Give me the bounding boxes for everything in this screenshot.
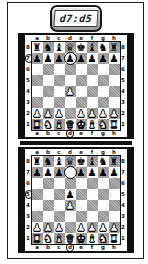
rank-labels-right: 87654321 — [120, 156, 127, 244]
chess-board: ♜♞♝♛♚♝♞♜♟♟♟♟♟♟♟♟♟♟♟♟♟♟♟♟♜♞♝♛♚♝♞♜ — [32, 42, 120, 130]
board-diagram-bottom: abcdefgh 87654321 ♜♞♝♛♚♝♞♜♟♟♟♟♟♟♟♟♟♟♟♟♟♟… — [18, 147, 134, 253]
square-a4 — [32, 86, 43, 97]
square-c1: ♝ — [54, 119, 65, 130]
square-c7: ♟ — [54, 53, 65, 64]
square-e7: ♟ — [76, 53, 87, 64]
square-b5 — [43, 189, 54, 200]
square-h5 — [109, 189, 120, 200]
square-g6 — [98, 64, 109, 75]
rank-labels-left: 87654321 — [25, 156, 32, 244]
file-label-c: c — [54, 130, 65, 137]
square-f1: ♝ — [87, 233, 98, 244]
file-label-d: d — [65, 130, 76, 137]
piece-black-pawn: ♟ — [109, 53, 120, 64]
square-a5 — [32, 189, 43, 200]
square-f4 — [87, 200, 98, 211]
piece-black-pawn: ♟ — [76, 167, 87, 178]
rank-label-7: 7 — [25, 167, 32, 178]
square-a1: ♜ — [32, 119, 43, 130]
square-h1: ♜ — [109, 233, 120, 244]
square-c4 — [54, 86, 65, 97]
square-e1: ♚ — [76, 233, 87, 244]
rank-label-3: 3 — [120, 97, 127, 108]
square-h4 — [109, 200, 120, 211]
square-b6 — [43, 64, 54, 75]
piece-white-rook: ♜ — [109, 233, 120, 244]
file-labels-bottom: abcdefgh — [32, 130, 120, 137]
rank-label-4: 4 — [120, 86, 127, 97]
piece-black-pawn: ♟ — [54, 167, 65, 178]
piece-black-pawn: ♟ — [109, 167, 120, 178]
square-h4 — [109, 86, 120, 97]
square-f7: ♟ — [87, 53, 98, 64]
lcd-display: d7:d5 — [53, 10, 98, 27]
square-c1: ♝ — [54, 233, 65, 244]
square-e1: ♚ — [76, 119, 87, 130]
rank-label-4: 4 — [25, 200, 32, 211]
rank-label-7: 7 — [25, 53, 32, 64]
file-label-e: e — [76, 130, 87, 137]
file-label-h: h — [109, 130, 120, 137]
file-label-a: a — [32, 130, 43, 137]
square-e7: ♟ — [76, 167, 87, 178]
piece-black-pawn: ♟ — [32, 53, 43, 64]
file-label-d: d — [65, 244, 76, 251]
file-label-e: e — [76, 244, 87, 251]
square-h1: ♜ — [109, 119, 120, 130]
square-e4 — [76, 200, 87, 211]
square-d6 — [65, 64, 76, 75]
piece-white-bishop: ♝ — [87, 119, 98, 130]
piece-white-pawn: ♟ — [65, 200, 76, 211]
square-f5 — [87, 189, 98, 200]
square-g7: ♟ — [98, 53, 109, 64]
piece-black-pawn: ♟ — [87, 53, 98, 64]
square-g4 — [98, 200, 109, 211]
square-d3 — [65, 211, 76, 222]
square-e6 — [76, 178, 87, 189]
square-a4 — [32, 200, 43, 211]
rank-label-7: 7 — [120, 167, 127, 178]
square-e4 — [76, 86, 87, 97]
rank-label-1: 1 — [120, 119, 127, 130]
square-f6 — [87, 64, 98, 75]
piece-black-pawn: ♟ — [32, 167, 43, 178]
piece-black-pawn: ♟ — [54, 53, 65, 64]
rank-label-2: 2 — [25, 222, 32, 233]
square-d4: ♟ — [65, 86, 76, 97]
rank-labels-right: 87654321 — [120, 42, 127, 130]
square-a6 — [32, 178, 43, 189]
square-g5 — [98, 189, 109, 200]
piece-white-king: ♚ — [76, 119, 87, 130]
rank-label-8: 8 — [120, 42, 127, 53]
file-label-c: c — [54, 244, 65, 251]
square-f1: ♝ — [87, 119, 98, 130]
square-h7: ♟ — [109, 167, 120, 178]
rank-label-2: 2 — [120, 108, 127, 119]
chess-board: ♜♞♝♛♚♝♞♜♟♟♟♟♟♟♟♟♟♟♟♟♟♟♟♟♜♞♝♛♚♝♞♜ — [32, 156, 120, 244]
piece-black-pawn: ♟ — [98, 167, 109, 178]
board-separator — [20, 141, 132, 145]
file-labels-bottom: abcdefgh — [32, 244, 120, 251]
square-f7: ♟ — [87, 167, 98, 178]
file-label-g: g — [98, 130, 109, 137]
rank-label-1: 1 — [25, 119, 32, 130]
square-h6 — [109, 178, 120, 189]
square-f4 — [87, 86, 98, 97]
square-a5 — [32, 75, 43, 86]
rank-label-1: 1 — [25, 233, 32, 244]
piece-black-pawn: ♟ — [87, 167, 98, 178]
square-e5 — [76, 189, 87, 200]
piece-black-pawn: ♟ — [98, 53, 109, 64]
rank-label-4: 4 — [120, 200, 127, 211]
square-d4: ♟ — [65, 200, 76, 211]
square-e6 — [76, 64, 87, 75]
piece-black-queen: ♛ — [65, 156, 76, 167]
rank-label-2: 2 — [25, 108, 32, 119]
square-c4 — [54, 200, 65, 211]
file-label-b: b — [43, 130, 54, 137]
file-label-g: g — [98, 244, 109, 251]
rank-label-5: 5 — [120, 75, 127, 86]
file-label-h: h — [109, 244, 120, 251]
frame-bar-right — [127, 149, 132, 251]
square-g6 — [98, 178, 109, 189]
rank-label-1: 1 — [120, 233, 127, 244]
square-f5 — [87, 75, 98, 86]
rank-label-6: 6 — [25, 178, 32, 189]
rank-label-8: 8 — [25, 156, 32, 167]
square-d7 — [65, 167, 76, 178]
square-h7: ♟ — [109, 53, 120, 64]
square-d7: ♟ — [65, 53, 76, 64]
square-g5 — [98, 75, 109, 86]
square-b4 — [43, 86, 54, 97]
file-label-f: f — [87, 130, 98, 137]
board-diagram-top: abcdefgh 87654321 ♜♞♝♛♚♝♞♜♟♟♟♟♟♟♟♟♟♟♟♟♟♟… — [18, 33, 134, 139]
square-b6 — [43, 178, 54, 189]
rank-label-7: 7 — [120, 53, 127, 64]
piece-white-knight: ♞ — [98, 119, 109, 130]
piece-white-king: ♚ — [76, 233, 87, 244]
square-e5 — [76, 75, 87, 86]
square-g7: ♟ — [98, 167, 109, 178]
rank-label-3: 3 — [25, 97, 32, 108]
square-g1: ♞ — [98, 119, 109, 130]
square-h6 — [109, 64, 120, 75]
piece-white-bishop: ♝ — [54, 233, 65, 244]
square-g1: ♞ — [98, 233, 109, 244]
rank-label-8: 8 — [25, 42, 32, 53]
piece-white-rook: ♜ — [109, 119, 120, 130]
square-c5 — [54, 189, 65, 200]
piece-white-knight: ♞ — [43, 233, 54, 244]
square-a6 — [32, 64, 43, 75]
frame-bar-right — [127, 35, 132, 137]
square-g4 — [98, 86, 109, 97]
rank-label-6: 6 — [25, 64, 32, 75]
piece-black-pawn: ♟ — [76, 53, 87, 64]
square-a7: ♟ — [32, 53, 43, 64]
square-c7: ♟ — [54, 167, 65, 178]
square-b1: ♞ — [43, 233, 54, 244]
square-d8: ♛ — [65, 156, 76, 167]
file-label-b: b — [43, 244, 54, 251]
piece-white-bishop: ♝ — [54, 119, 65, 130]
rank-label-4: 4 — [25, 86, 32, 97]
piece-white-bishop: ♝ — [87, 233, 98, 244]
square-a1: ♜ — [32, 233, 43, 244]
rank-label-3: 3 — [25, 211, 32, 222]
square-a7: ♟ — [32, 167, 43, 178]
square-b1: ♞ — [43, 119, 54, 130]
rank-label-6: 6 — [120, 64, 127, 75]
square-b7: ♟ — [43, 53, 54, 64]
piece-white-knight: ♞ — [98, 233, 109, 244]
rank-labels-left: 87654321 — [25, 42, 32, 130]
square-d3 — [65, 97, 76, 108]
piece-white-pawn: ♟ — [65, 86, 76, 97]
piece-black-pawn: ♟ — [65, 53, 76, 64]
file-label-f: f — [87, 244, 98, 251]
square-c6 — [54, 64, 65, 75]
chess-clock: d7:d5 — [50, 5, 102, 32]
square-c5 — [54, 75, 65, 86]
square-b4 — [43, 200, 54, 211]
square-f6 — [87, 178, 98, 189]
rank-label-3: 3 — [120, 211, 127, 222]
rank-label-5: 5 — [25, 75, 32, 86]
piece-black-pawn: ♟ — [43, 53, 54, 64]
rank-label-2: 2 — [120, 222, 127, 233]
rank-label-5: 5 — [25, 189, 32, 200]
square-b5 — [43, 75, 54, 86]
piece-black-pawn: ♟ — [43, 167, 54, 178]
piece-white-rook: ♜ — [32, 119, 43, 130]
file-label-a: a — [32, 244, 43, 251]
piece-white-knight: ♞ — [43, 119, 54, 130]
rank-label-5: 5 — [120, 189, 127, 200]
piece-white-rook: ♜ — [32, 233, 43, 244]
square-c6 — [54, 178, 65, 189]
rank-label-8: 8 — [120, 156, 127, 167]
figure-frame: d7:d5 abcdefgh 87654321 ♜♞♝♛♚♝♞♜♟♟♟♟♟♟♟♟… — [7, 2, 144, 259]
rank-label-6: 6 — [120, 178, 127, 189]
square-b7: ♟ — [43, 167, 54, 178]
square-h5 — [109, 75, 120, 86]
